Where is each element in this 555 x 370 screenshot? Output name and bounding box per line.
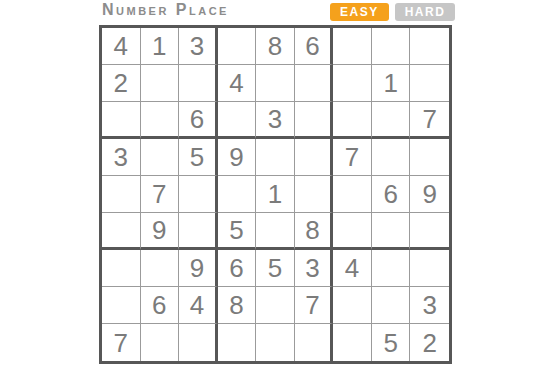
cell-r5c9[interactable]: 9	[410, 176, 449, 213]
cell-r4c1[interactable]: 3	[102, 139, 141, 176]
cell-r3c9[interactable]: 7	[410, 102, 449, 139]
cell-r6c1[interactable]	[102, 213, 141, 250]
cell-r7c8[interactable]	[372, 250, 411, 287]
cell-r7c3[interactable]: 9	[179, 250, 218, 287]
cell-r1c7[interactable]	[333, 28, 372, 65]
cell-r7c5[interactable]: 5	[256, 250, 295, 287]
cell-r4c2[interactable]	[141, 139, 180, 176]
cell-r2c4[interactable]: 4	[218, 65, 257, 102]
cell-r1c2[interactable]: 1	[141, 28, 180, 65]
cell-r5c5[interactable]: 1	[256, 176, 295, 213]
cell-r9c1[interactable]: 7	[102, 324, 141, 361]
cell-r1c3[interactable]: 3	[179, 28, 218, 65]
cell-r3c3[interactable]: 6	[179, 102, 218, 139]
cell-r4c8[interactable]	[372, 139, 411, 176]
cell-r8c9[interactable]: 3	[410, 287, 449, 324]
cell-r5c8[interactable]: 6	[372, 176, 411, 213]
cell-r6c2[interactable]: 9	[141, 213, 180, 250]
cell-r2c2[interactable]	[141, 65, 180, 102]
cell-r4c6[interactable]	[295, 139, 334, 176]
cell-r1c1[interactable]: 4	[102, 28, 141, 65]
cell-r8c5[interactable]	[256, 287, 295, 324]
cell-r3c4[interactable]	[218, 102, 257, 139]
cell-r6c7[interactable]	[333, 213, 372, 250]
cell-r5c2[interactable]: 7	[141, 176, 180, 213]
cell-r7c2[interactable]	[141, 250, 180, 287]
cell-r6c5[interactable]	[256, 213, 295, 250]
cell-r8c7[interactable]	[333, 287, 372, 324]
cell-r7c4[interactable]: 6	[218, 250, 257, 287]
cell-r3c5[interactable]: 3	[256, 102, 295, 139]
cell-r5c6[interactable]	[295, 176, 334, 213]
cell-r4c3[interactable]: 5	[179, 139, 218, 176]
page-title: Number Place	[102, 1, 229, 19]
cell-r4c4[interactable]: 9	[218, 139, 257, 176]
cell-r6c4[interactable]: 5	[218, 213, 257, 250]
cell-r2c3[interactable]	[179, 65, 218, 102]
cell-r1c9[interactable]	[410, 28, 449, 65]
cell-r7c9[interactable]	[410, 250, 449, 287]
cell-r6c6[interactable]: 8	[295, 213, 334, 250]
cell-r4c7[interactable]: 7	[333, 139, 372, 176]
cell-r8c8[interactable]	[372, 287, 411, 324]
easy-button[interactable]: EASY	[330, 3, 389, 21]
cell-r9c2[interactable]	[141, 324, 180, 361]
cell-r8c4[interactable]: 8	[218, 287, 257, 324]
cell-r6c9[interactable]	[410, 213, 449, 250]
cell-r2c7[interactable]	[333, 65, 372, 102]
cell-r9c5[interactable]	[256, 324, 295, 361]
cell-r6c8[interactable]	[372, 213, 411, 250]
cell-r9c9[interactable]: 2	[410, 324, 449, 361]
cell-r8c6[interactable]: 7	[295, 287, 334, 324]
cell-r5c7[interactable]	[333, 176, 372, 213]
cell-r5c1[interactable]	[102, 176, 141, 213]
cell-r9c4[interactable]	[218, 324, 257, 361]
cell-r2c5[interactable]	[256, 65, 295, 102]
cell-r1c4[interactable]	[218, 28, 257, 65]
cell-r5c3[interactable]	[179, 176, 218, 213]
cell-r2c1[interactable]: 2	[102, 65, 141, 102]
cell-r2c9[interactable]	[410, 65, 449, 102]
cell-r1c8[interactable]	[372, 28, 411, 65]
sudoku-board: 41386241637359771699589653464873752	[99, 25, 452, 364]
cell-r7c6[interactable]: 3	[295, 250, 334, 287]
cell-r3c2[interactable]	[141, 102, 180, 139]
cell-r2c8[interactable]: 1	[372, 65, 411, 102]
cell-r5c4[interactable]	[218, 176, 257, 213]
cell-r1c5[interactable]: 8	[256, 28, 295, 65]
cell-r1c6[interactable]: 6	[295, 28, 334, 65]
hard-button[interactable]: HARD	[395, 3, 456, 21]
cell-r9c3[interactable]	[179, 324, 218, 361]
cell-r7c1[interactable]	[102, 250, 141, 287]
cell-r3c8[interactable]	[372, 102, 411, 139]
cell-r3c6[interactable]	[295, 102, 334, 139]
cell-r9c6[interactable]	[295, 324, 334, 361]
cell-r9c7[interactable]	[333, 324, 372, 361]
cell-r7c7[interactable]: 4	[333, 250, 372, 287]
cell-r4c5[interactable]	[256, 139, 295, 176]
cell-r3c1[interactable]	[102, 102, 141, 139]
cell-r4c9[interactable]	[410, 139, 449, 176]
cell-r8c3[interactable]: 4	[179, 287, 218, 324]
cell-r3c7[interactable]	[333, 102, 372, 139]
cell-r8c2[interactable]: 6	[141, 287, 180, 324]
cell-r9c8[interactable]: 5	[372, 324, 411, 361]
difficulty-buttons: EASY HARD	[330, 3, 455, 21]
cell-r8c1[interactable]	[102, 287, 141, 324]
cell-r2c6[interactable]	[295, 65, 334, 102]
cell-r6c3[interactable]	[179, 213, 218, 250]
